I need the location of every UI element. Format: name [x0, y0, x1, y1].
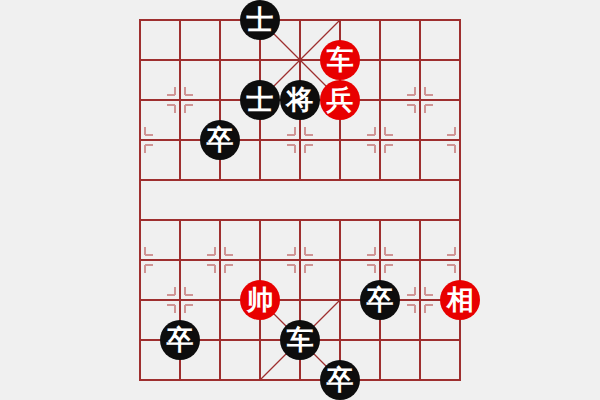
board-point[interactable]: [360, 200, 400, 240]
board-point[interactable]: [280, 240, 320, 280]
board-point[interactable]: [360, 360, 400, 400]
board-point[interactable]: [360, 240, 400, 280]
piece-black-soldier[interactable]: 卒: [200, 120, 240, 160]
board-point[interactable]: [160, 80, 200, 120]
board-point[interactable]: [400, 40, 440, 80]
board-point[interactable]: [200, 200, 240, 240]
board-point[interactable]: [120, 320, 160, 360]
board-point[interactable]: [400, 360, 440, 400]
piece-black-advisor[interactable]: 士: [240, 0, 280, 40]
board-point[interactable]: [440, 320, 480, 360]
piece-black-soldier[interactable]: 卒: [360, 280, 400, 320]
board-point[interactable]: [440, 160, 480, 200]
board-point[interactable]: [440, 80, 480, 120]
board-point[interactable]: [120, 0, 160, 40]
board-point[interactable]: [320, 200, 360, 240]
board-point[interactable]: [440, 240, 480, 280]
board-point[interactable]: [360, 0, 400, 40]
board-point[interactable]: 卒: [360, 280, 400, 320]
board-point[interactable]: 相: [440, 280, 480, 320]
board-point[interactable]: [120, 40, 160, 80]
board-point[interactable]: 将: [280, 80, 320, 120]
board-point[interactable]: [160, 40, 200, 80]
board-point[interactable]: [320, 280, 360, 320]
board-point[interactable]: [240, 160, 280, 200]
board-point[interactable]: [400, 320, 440, 360]
board-point[interactable]: [120, 160, 160, 200]
board-point[interactable]: [200, 320, 240, 360]
board-point[interactable]: [400, 240, 440, 280]
board-point[interactable]: [360, 160, 400, 200]
board-point[interactable]: [120, 80, 160, 120]
board-point[interactable]: [240, 360, 280, 400]
board-point[interactable]: [360, 40, 400, 80]
board-point[interactable]: [320, 240, 360, 280]
board-point[interactable]: [280, 360, 320, 400]
board-point[interactable]: [400, 0, 440, 40]
board-point[interactable]: [160, 0, 200, 40]
piece-black-general[interactable]: 将: [280, 80, 320, 120]
piece-red-chariot[interactable]: 车: [320, 40, 360, 80]
board-point[interactable]: [200, 240, 240, 280]
board-point[interactable]: [440, 360, 480, 400]
board-point[interactable]: [440, 200, 480, 240]
board-point[interactable]: [280, 200, 320, 240]
board-point[interactable]: [280, 160, 320, 200]
board-point[interactable]: [320, 120, 360, 160]
board-point[interactable]: [240, 320, 280, 360]
board-point[interactable]: [240, 40, 280, 80]
board-point[interactable]: [320, 160, 360, 200]
board-point[interactable]: [440, 0, 480, 40]
board-point[interactable]: [120, 240, 160, 280]
board-point[interactable]: [200, 80, 240, 120]
board-point[interactable]: [240, 240, 280, 280]
board-point[interactable]: [200, 360, 240, 400]
board-point[interactable]: 士: [240, 80, 280, 120]
board-point[interactable]: [120, 280, 160, 320]
board-point[interactable]: [360, 80, 400, 120]
board-point[interactable]: [200, 160, 240, 200]
piece-red-general[interactable]: 帅: [240, 280, 280, 320]
board-point[interactable]: 卒: [320, 360, 360, 400]
board-point[interactable]: [120, 360, 160, 400]
board-point[interactable]: [200, 40, 240, 80]
board-point[interactable]: [240, 200, 280, 240]
board-point[interactable]: [120, 200, 160, 240]
board-point[interactable]: [160, 360, 200, 400]
board-point[interactable]: [320, 0, 360, 40]
board-point[interactable]: 士: [240, 0, 280, 40]
piece-red-soldier[interactable]: 兵: [320, 80, 360, 120]
board-point[interactable]: [440, 40, 480, 80]
board-point[interactable]: [160, 160, 200, 200]
board-point[interactable]: 车: [320, 40, 360, 80]
board-point[interactable]: [440, 120, 480, 160]
board-point[interactable]: [400, 280, 440, 320]
board-point[interactable]: [200, 280, 240, 320]
board-point[interactable]: [400, 120, 440, 160]
board-point[interactable]: [280, 40, 320, 80]
board-point[interactable]: [360, 120, 400, 160]
board-point[interactable]: [160, 200, 200, 240]
board-point[interactable]: [120, 120, 160, 160]
piece-black-chariot[interactable]: 车: [280, 320, 320, 360]
board-point[interactable]: [160, 240, 200, 280]
board-point[interactable]: [280, 0, 320, 40]
board-point[interactable]: 卒: [200, 120, 240, 160]
board-point[interactable]: [200, 0, 240, 40]
board-point[interactable]: [400, 160, 440, 200]
board-point[interactable]: [160, 280, 200, 320]
xiangqi-board: 士车士将兵卒帅卒相卒车卒: [0, 0, 600, 400]
board-point[interactable]: [400, 200, 440, 240]
piece-red-elephant[interactable]: 相: [440, 280, 480, 320]
board-point[interactable]: 帅: [240, 280, 280, 320]
board-point[interactable]: [280, 280, 320, 320]
board-point[interactable]: 车: [280, 320, 320, 360]
board-points: 士车士将兵卒帅卒相卒车卒: [120, 0, 480, 400]
board-point[interactable]: [320, 320, 360, 360]
piece-black-advisor[interactable]: 士: [240, 80, 280, 120]
board-point[interactable]: [240, 120, 280, 160]
board-point[interactable]: [160, 120, 200, 160]
piece-black-soldier[interactable]: 卒: [320, 360, 360, 400]
board-point[interactable]: [400, 80, 440, 120]
board-point[interactable]: [360, 320, 400, 360]
board-point[interactable]: 卒: [160, 320, 200, 360]
board-point[interactable]: [280, 120, 320, 160]
piece-black-soldier[interactable]: 卒: [160, 320, 200, 360]
board-point[interactable]: 兵: [320, 80, 360, 120]
